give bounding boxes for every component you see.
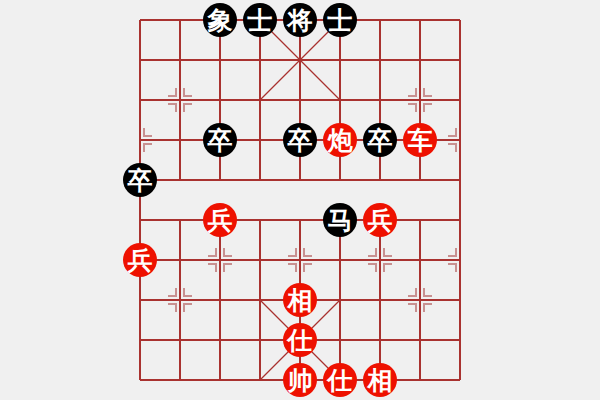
piece-black-elephant[interactable]: 象 <box>203 3 237 37</box>
piece-black-advisor[interactable]: 士 <box>323 3 357 37</box>
piece-red-general[interactable]: 帅 <box>283 363 317 397</box>
piece-black-pawn[interactable]: 卒 <box>363 123 397 157</box>
piece-red-elephant[interactable]: 相 <box>283 283 317 317</box>
piece-black-pawn[interactable]: 卒 <box>203 123 237 157</box>
piece-black-general[interactable]: 将 <box>283 3 317 37</box>
piece-black-pawn[interactable]: 卒 <box>123 163 157 197</box>
piece-red-advisor[interactable]: 仕 <box>323 363 357 397</box>
piece-red-advisor[interactable]: 仕 <box>283 323 317 357</box>
piece-red-cannon[interactable]: 炮 <box>323 123 357 157</box>
piece-red-chariot[interactable]: 车 <box>403 123 437 157</box>
piece-black-pawn[interactable]: 卒 <box>283 123 317 157</box>
piece-red-soldier[interactable]: 兵 <box>123 243 157 277</box>
piece-red-elephant[interactable]: 相 <box>363 363 397 397</box>
piece-black-horse[interactable]: 马 <box>323 203 357 237</box>
piece-red-soldier[interactable]: 兵 <box>363 203 397 237</box>
piece-red-soldier[interactable]: 兵 <box>203 203 237 237</box>
piece-grid[interactable]: 象士将士卒卒炮卒车卒兵马兵兵相仕帅仕相 <box>120 0 480 400</box>
xiangqi-board: 象士将士卒卒炮卒车卒兵马兵兵相仕帅仕相 <box>0 0 600 400</box>
piece-black-advisor[interactable]: 士 <box>243 3 277 37</box>
